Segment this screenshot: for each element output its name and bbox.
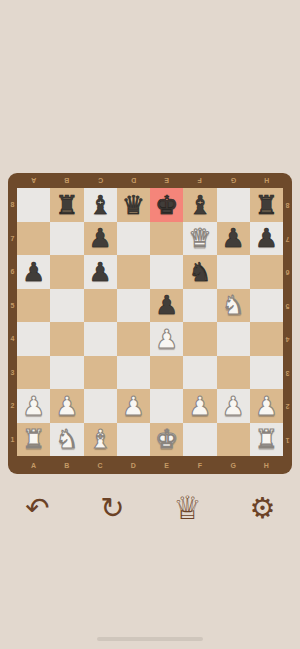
square-f4[interactable] — [183, 322, 216, 356]
square-c3[interactable] — [84, 356, 117, 390]
square-f8[interactable]: ♝ — [183, 188, 216, 222]
square-h1[interactable]: ♜ — [250, 423, 283, 457]
black-pawn-h7: ♟ — [255, 225, 278, 251]
black-pawn-e5: ♟ — [155, 292, 178, 318]
square-g1[interactable] — [217, 423, 250, 457]
square-b2[interactable]: ♟ — [50, 389, 83, 423]
rank-label-right-4: 4 — [283, 322, 292, 356]
crown-icon: ♕ — [173, 492, 202, 524]
square-c6[interactable]: ♟ — [84, 255, 117, 289]
white-rook-h1: ♜ — [255, 426, 278, 452]
white-pawn-b2: ♟ — [55, 393, 78, 419]
black-king-e8: ♚ — [155, 192, 178, 218]
square-c5[interactable] — [84, 289, 117, 323]
square-g6[interactable] — [217, 255, 250, 289]
square-h4[interactable] — [250, 322, 283, 356]
square-f6[interactable]: ♞ — [183, 255, 216, 289]
file-label-bottom-c: C — [84, 456, 117, 474]
black-bishop-c8: ♝ — [88, 192, 111, 218]
square-a1[interactable]: ♜ — [17, 423, 50, 457]
file-label-bottom-f: F — [183, 456, 216, 474]
square-h2[interactable]: ♟ — [250, 389, 283, 423]
square-f2[interactable]: ♟ — [183, 389, 216, 423]
chess-board: ABCDEFGH8♜♝♛♚♝♜87♟♛♟♟76♟♟♞65♟♞54♟4332♟♟♟… — [8, 173, 292, 474]
square-e3[interactable] — [150, 356, 183, 390]
square-h8[interactable]: ♜ — [250, 188, 283, 222]
file-label-top-f: F — [183, 173, 216, 188]
white-rook-a1: ♜ — [22, 426, 45, 452]
file-label-bottom-b: B — [50, 456, 83, 474]
square-d8[interactable]: ♛ — [117, 188, 150, 222]
undo-icon: ↶ — [25, 494, 49, 523]
square-b1[interactable]: ♞ — [50, 423, 83, 457]
square-e5[interactable]: ♟ — [150, 289, 183, 323]
square-h7[interactable]: ♟ — [250, 222, 283, 256]
square-d3[interactable] — [117, 356, 150, 390]
square-e1[interactable]: ♚ — [150, 423, 183, 457]
white-queen-f7: ♛ — [188, 225, 211, 251]
square-f3[interactable] — [183, 356, 216, 390]
black-pawn-a6: ♟ — [22, 259, 45, 285]
black-pawn-c6: ♟ — [88, 259, 111, 285]
white-pawn-f2: ♟ — [188, 393, 211, 419]
rank-label-left-6: 6 — [8, 255, 17, 289]
white-pawn-e4: ♟ — [155, 326, 178, 352]
black-knight-f6: ♞ — [188, 259, 211, 285]
black-rook-h8: ♜ — [255, 192, 278, 218]
square-g3[interactable] — [217, 356, 250, 390]
square-a7[interactable] — [17, 222, 50, 256]
white-knight-g5: ♞ — [221, 292, 244, 318]
file-label-top-e: E — [150, 173, 183, 188]
file-label-top-b: B — [50, 173, 83, 188]
square-d2[interactable]: ♟ — [117, 389, 150, 423]
white-pawn-g2: ♟ — [221, 393, 244, 419]
black-pawn-g7: ♟ — [221, 225, 244, 251]
white-bishop-c1: ♝ — [88, 426, 111, 452]
rank-label-right-1: 1 — [283, 423, 292, 457]
rank-label-left-5: 5 — [8, 289, 17, 323]
file-label-top-a: A — [17, 173, 50, 188]
square-e7[interactable] — [150, 222, 183, 256]
settings-icon: ⚙ — [250, 494, 276, 523]
rank-label-left-8: 8 — [8, 188, 17, 222]
square-d6[interactable] — [117, 255, 150, 289]
file-label-top-d: D — [117, 173, 150, 188]
white-knight-b1: ♞ — [55, 426, 78, 452]
crown-button[interactable]: ♕ — [168, 488, 208, 528]
rank-label-left-3: 3 — [8, 356, 17, 390]
rank-label-left-1: 1 — [8, 423, 17, 457]
square-g2[interactable]: ♟ — [217, 389, 250, 423]
file-label-top-c: C — [84, 173, 117, 188]
square-e8[interactable]: ♚ — [150, 188, 183, 222]
rank-label-left-7: 7 — [8, 222, 17, 256]
rank-label-left-2: 2 — [8, 389, 17, 423]
rank-label-right-2: 2 — [283, 389, 292, 423]
frame-corner — [283, 173, 292, 188]
square-b4[interactable] — [50, 322, 83, 356]
square-g4[interactable] — [217, 322, 250, 356]
square-b3[interactable] — [50, 356, 83, 390]
square-a5[interactable] — [17, 289, 50, 323]
file-label-bottom-g: G — [217, 456, 250, 474]
home-indicator — [97, 637, 203, 641]
square-h3[interactable] — [250, 356, 283, 390]
white-pawn-h2: ♟ — [255, 393, 278, 419]
white-pawn-a2: ♟ — [22, 393, 45, 419]
square-e2[interactable] — [150, 389, 183, 423]
frame-corner — [8, 173, 17, 188]
square-c2[interactable] — [84, 389, 117, 423]
frame-corner — [283, 456, 292, 474]
square-g7[interactable]: ♟ — [217, 222, 250, 256]
square-f5[interactable] — [183, 289, 216, 323]
square-b6[interactable] — [50, 255, 83, 289]
bottom-toolbar: ↶↻♕⚙ — [0, 486, 300, 530]
rank-label-right-6: 6 — [283, 255, 292, 289]
file-label-bottom-h: H — [250, 456, 283, 474]
square-b8[interactable]: ♜ — [50, 188, 83, 222]
square-a3[interactable] — [17, 356, 50, 390]
redo-button[interactable]: ↻ — [93, 488, 133, 528]
black-queen-d8: ♛ — [122, 192, 145, 218]
rank-label-right-3: 3 — [283, 356, 292, 390]
square-g8[interactable] — [217, 188, 250, 222]
square-d1[interactable] — [117, 423, 150, 457]
white-pawn-d2: ♟ — [122, 393, 145, 419]
square-c4[interactable] — [84, 322, 117, 356]
file-label-bottom-a: A — [17, 456, 50, 474]
file-label-top-g: G — [217, 173, 250, 188]
square-f7[interactable]: ♛ — [183, 222, 216, 256]
square-c1[interactable]: ♝ — [84, 423, 117, 457]
square-a8[interactable] — [17, 188, 50, 222]
square-g5[interactable]: ♞ — [217, 289, 250, 323]
white-king-e1: ♚ — [155, 426, 178, 452]
square-h5[interactable] — [250, 289, 283, 323]
rank-label-left-4: 4 — [8, 322, 17, 356]
rank-label-right-7: 7 — [283, 222, 292, 256]
square-d4[interactable] — [117, 322, 150, 356]
settings-button[interactable]: ⚙ — [243, 488, 283, 528]
square-e6[interactable] — [150, 255, 183, 289]
redo-icon: ↻ — [100, 494, 124, 523]
square-b5[interactable] — [50, 289, 83, 323]
square-a6[interactable]: ♟ — [17, 255, 50, 289]
square-c7[interactable]: ♟ — [84, 222, 117, 256]
square-c8[interactable]: ♝ — [84, 188, 117, 222]
black-rook-b8: ♜ — [55, 192, 78, 218]
square-e4[interactable]: ♟ — [150, 322, 183, 356]
square-b7[interactable] — [50, 222, 83, 256]
square-d5[interactable] — [117, 289, 150, 323]
file-label-bottom-d: D — [117, 456, 150, 474]
rank-label-right-8: 8 — [283, 188, 292, 222]
board-grid: ABCDEFGH8♜♝♛♚♝♜87♟♛♟♟76♟♟♞65♟♞54♟4332♟♟♟… — [8, 173, 292, 474]
file-label-top-h: H — [250, 173, 283, 188]
frame-corner — [8, 456, 17, 474]
black-pawn-c7: ♟ — [88, 225, 111, 251]
square-h6[interactable] — [250, 255, 283, 289]
square-d7[interactable] — [117, 222, 150, 256]
rank-label-right-5: 5 — [283, 289, 292, 323]
square-a4[interactable] — [17, 322, 50, 356]
square-a2[interactable]: ♟ — [17, 389, 50, 423]
square-f1[interactable] — [183, 423, 216, 457]
black-bishop-f8: ♝ — [188, 192, 211, 218]
file-label-bottom-e: E — [150, 456, 183, 474]
undo-button[interactable]: ↶ — [18, 488, 58, 528]
